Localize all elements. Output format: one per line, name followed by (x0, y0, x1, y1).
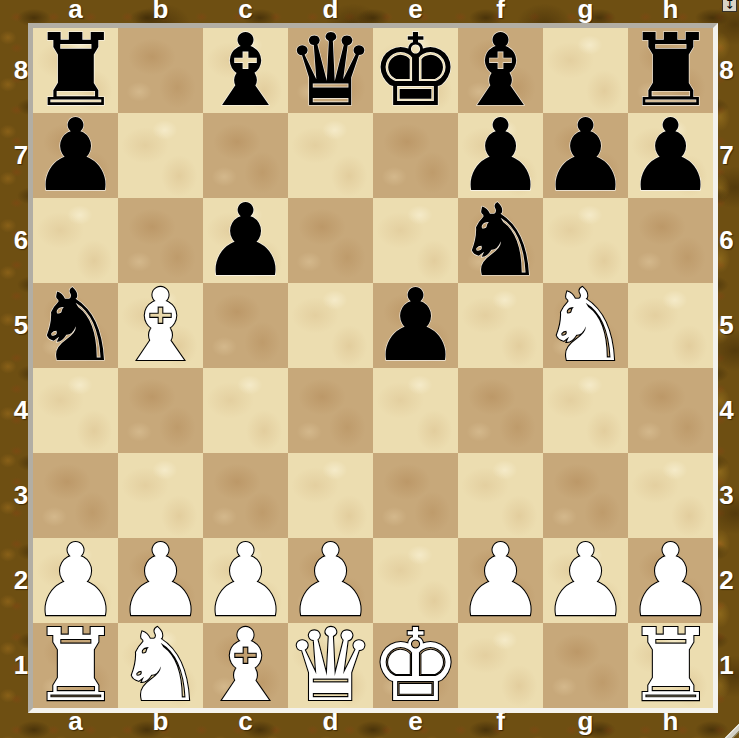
square-d7[interactable] (288, 113, 373, 198)
black-bishop[interactable]: ♝ (201, 29, 291, 113)
square-h1[interactable]: ♜ (628, 623, 713, 708)
square-e3[interactable] (373, 453, 458, 538)
black-knight[interactable]: ♞ (456, 199, 546, 283)
square-g7[interactable]: ♟ (543, 113, 628, 198)
black-pawn[interactable]: ♟ (201, 199, 291, 283)
black-pawn[interactable]: ♟ (371, 284, 461, 368)
scroll-down-button[interactable]: ↧ (722, 0, 737, 12)
square-g5[interactable]: ♞ (543, 283, 628, 368)
square-g4[interactable] (543, 368, 628, 453)
square-b8[interactable] (118, 28, 203, 113)
square-b7[interactable] (118, 113, 203, 198)
white-pawn[interactable]: ♟ (456, 539, 546, 623)
white-knight[interactable]: ♞ (541, 284, 631, 368)
square-c5[interactable] (203, 283, 288, 368)
square-h7[interactable]: ♟ (628, 113, 713, 198)
square-b4[interactable] (118, 368, 203, 453)
black-pawn[interactable]: ♟ (626, 114, 716, 198)
square-d6[interactable] (288, 198, 373, 283)
square-a1[interactable]: ♜ (33, 623, 118, 708)
coord-label-b: b (118, 0, 203, 22)
black-king[interactable]: ♚ (371, 29, 461, 113)
arrow-down-from-bar-icon: ↧ (724, 0, 734, 12)
square-f2[interactable]: ♟ (458, 538, 543, 623)
square-g2[interactable]: ♟ (543, 538, 628, 623)
square-d4[interactable] (288, 368, 373, 453)
square-e4[interactable] (373, 368, 458, 453)
black-queen[interactable]: ♛ (286, 29, 376, 113)
square-d1[interactable]: ♛ (288, 623, 373, 708)
black-pawn[interactable]: ♟ (541, 114, 631, 198)
board: ♜♝♛♚♝♜♟♟♟♟♟♞♞♝♟♞♟♟♟♟♟♟♟♜♞♝♛♚♜ (33, 28, 713, 708)
square-f4[interactable] (458, 368, 543, 453)
square-a4[interactable] (33, 368, 118, 453)
square-f1[interactable] (458, 623, 543, 708)
white-bishop[interactable]: ♝ (201, 624, 291, 708)
square-f6[interactable]: ♞ (458, 198, 543, 283)
square-e8[interactable]: ♚ (373, 28, 458, 113)
square-h4[interactable] (628, 368, 713, 453)
square-a7[interactable]: ♟ (33, 113, 118, 198)
chess-board-window: abcdefgh 87654321 87654321 abcdefgh ♜♝♛♚… (0, 0, 739, 738)
square-c1[interactable]: ♝ (203, 623, 288, 708)
black-knight[interactable]: ♞ (31, 284, 121, 368)
square-e7[interactable] (373, 113, 458, 198)
white-rook[interactable]: ♜ (31, 624, 121, 708)
square-c8[interactable]: ♝ (203, 28, 288, 113)
square-e1[interactable]: ♚ (373, 623, 458, 708)
square-b1[interactable]: ♞ (118, 623, 203, 708)
white-knight[interactable]: ♞ (116, 624, 206, 708)
square-g1[interactable] (543, 623, 628, 708)
coord-label-g: g (543, 0, 628, 22)
white-pawn[interactable]: ♟ (541, 539, 631, 623)
white-queen[interactable]: ♛ (286, 624, 376, 708)
square-a5[interactable]: ♞ (33, 283, 118, 368)
square-e5[interactable]: ♟ (373, 283, 458, 368)
square-h5[interactable] (628, 283, 713, 368)
white-king[interactable]: ♚ (371, 624, 461, 708)
board-frame: ♜♝♛♚♝♜♟♟♟♟♟♞♞♝♟♞♟♟♟♟♟♟♟♜♞♝♛♚♜ (28, 23, 718, 713)
white-bishop[interactable]: ♝ (116, 284, 206, 368)
square-h6[interactable] (628, 198, 713, 283)
black-pawn[interactable]: ♟ (31, 114, 121, 198)
white-rook[interactable]: ♜ (626, 624, 716, 708)
square-b5[interactable]: ♝ (118, 283, 203, 368)
square-d8[interactable]: ♛ (288, 28, 373, 113)
square-f5[interactable] (458, 283, 543, 368)
square-c4[interactable] (203, 368, 288, 453)
square-d5[interactable] (288, 283, 373, 368)
square-c6[interactable]: ♟ (203, 198, 288, 283)
